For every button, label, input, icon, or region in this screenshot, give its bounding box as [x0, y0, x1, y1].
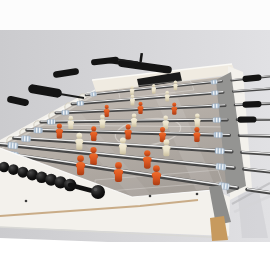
- handle-bead: [17, 167, 28, 178]
- handle-bead: [8, 164, 19, 175]
- player-cream: [130, 95, 135, 106]
- player-cream: [165, 91, 170, 102]
- backdrop-top-band: [0, 0, 270, 34]
- rod-bumper: [61, 110, 69, 115]
- player-orange: [76, 155, 85, 175]
- player-cream: [162, 139, 170, 156]
- rod-bumper: [211, 80, 218, 85]
- rod-bumper: [8, 142, 19, 149]
- rod-end-handle: [237, 116, 256, 122]
- player-cream: [194, 114, 200, 128]
- rod-bumper: [90, 92, 97, 97]
- rod-bumper: [212, 103, 220, 108]
- screw: [25, 200, 28, 203]
- player-cream: [119, 138, 127, 155]
- rod-bumper: [213, 117, 221, 122]
- player-cream: [162, 116, 168, 130]
- rod-bumper: [34, 127, 43, 133]
- backdrop-floor: [0, 238, 270, 270]
- player-cream: [130, 86, 135, 96]
- rod-bumper: [211, 90, 218, 95]
- screw: [149, 195, 152, 198]
- rod-end-handle: [242, 101, 261, 108]
- player-orange: [138, 102, 144, 114]
- player-orange: [125, 124, 132, 139]
- rod-bumper: [215, 148, 225, 154]
- screw: [196, 193, 199, 196]
- player-cream: [151, 84, 156, 94]
- rod-bumper: [47, 119, 55, 124]
- player-orange: [104, 105, 110, 117]
- knob-highlight: [94, 188, 98, 192]
- handle-knob: [91, 185, 105, 199]
- player-orange: [143, 150, 152, 169]
- rod-bumper: [216, 163, 227, 170]
- player-orange: [89, 147, 98, 166]
- foosball-photo: [0, 0, 270, 270]
- player-cream: [131, 113, 137, 127]
- rod-bumper: [21, 136, 31, 142]
- player-orange: [152, 165, 161, 185]
- player-orange: [114, 162, 123, 182]
- rod-bumper: [77, 101, 84, 106]
- player-orange: [90, 126, 97, 141]
- player-orange: [56, 123, 63, 138]
- player-cream: [99, 115, 105, 129]
- player-cream: [173, 81, 178, 91]
- player-cream: [75, 133, 83, 150]
- player-orange: [171, 103, 177, 115]
- player-orange: [193, 127, 200, 142]
- player-cream: [68, 116, 74, 130]
- rod-bumper: [214, 132, 223, 138]
